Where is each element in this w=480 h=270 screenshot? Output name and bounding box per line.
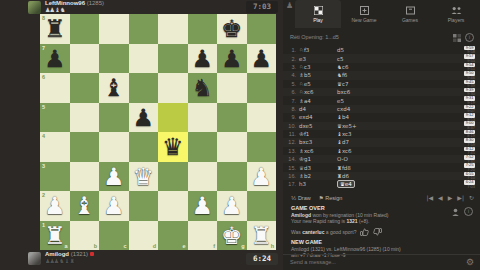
file-label-f: f: [213, 243, 215, 249]
square-g5[interactable]: [217, 103, 247, 133]
rank-label-7: 7: [42, 45, 45, 51]
black-clock: 7:03: [246, 1, 278, 13]
nav-back-button[interactable]: ◀: [438, 194, 443, 201]
move-row-16: 16.♗b2♜d66:557:10: [283, 172, 480, 180]
white-clock: 6:24: [246, 253, 278, 265]
rank-label-8: 8: [42, 15, 45, 21]
black-queen[interactable]: ♛: [158, 132, 188, 162]
move-row-13: 13.♗xc6♝xc68:127:45: [283, 147, 480, 155]
move-row-6: 6.♘xc6bxc69:399:30: [283, 88, 480, 96]
black-move[interactable]: ♝xc3: [337, 131, 387, 137]
thumbs-down-icon[interactable]: [373, 228, 382, 236]
black-move[interactable]: ♛c7: [337, 81, 387, 87]
game-over-title: GAME OVER: [291, 205, 473, 212]
square-d8[interactable]: [129, 14, 159, 44]
black-knight[interactable]: ♞: [188, 73, 218, 103]
move-list: 1.♘f3d59:599:582.e3c59:579:553.♘c3♞c69:5…: [283, 46, 480, 189]
square-c5[interactable]: [99, 103, 129, 133]
move-number: 8.: [283, 106, 299, 112]
white-move[interactable]: dxe5: [299, 123, 337, 129]
white-move[interactable]: ♕d3: [299, 165, 337, 171]
square-c7[interactable]: [99, 44, 129, 74]
square-g4[interactable]: [217, 132, 247, 162]
square-h5[interactable]: [247, 103, 277, 133]
square-a2[interactable]: 2♟: [40, 191, 70, 221]
square-a1[interactable]: 1a♜: [40, 221, 70, 251]
top-player-avatar[interactable]: [28, 1, 41, 14]
move-row-11: 11.♔f1♝xc38:468:19: [283, 130, 480, 138]
white-pawn[interactable]: ♟: [247, 162, 277, 192]
rank-label-2: 2: [42, 192, 45, 198]
panel-tabs: PlayNew GameGamesPlayers: [295, 0, 480, 28]
nav-first-button[interactable]: |◀: [426, 194, 433, 201]
message-input[interactable]: Send a message...: [290, 259, 336, 265]
black-bishop[interactable]: ♝: [99, 73, 129, 103]
square-d2[interactable]: [129, 191, 159, 221]
square-a8[interactable]: 8♜: [40, 14, 70, 44]
white-move[interactable]: d4: [299, 106, 337, 112]
move-row-14: 14.♔g1O-O7:527:31: [283, 155, 480, 163]
move-number: 4.: [283, 72, 299, 78]
move-number: 6.: [283, 89, 299, 95]
square-h2[interactable]: [247, 191, 277, 221]
info-icon[interactable]: i: [465, 33, 474, 42]
move-number: 13.: [283, 148, 299, 154]
share-player-icon[interactable]: [451, 208, 460, 216]
white-move[interactable]: ♘e5: [299, 81, 337, 87]
move-row-15: 15.♕d3♜fd87:257:20: [283, 163, 480, 171]
black-move[interactable]: e5: [337, 98, 387, 104]
black-move[interactable]: bxc6: [337, 89, 387, 95]
square-g2[interactable]: ♟: [217, 191, 247, 221]
tab-players[interactable]: Players: [433, 0, 479, 28]
black-pawn[interactable]: ♟: [129, 103, 159, 133]
black-move[interactable]: cxd4: [337, 106, 387, 112]
bottom-player-avatar[interactable]: [28, 252, 41, 265]
move-row-1: 1.♘f3d59:599:58: [283, 46, 480, 54]
white-move[interactable]: ♘c3: [299, 64, 337, 70]
gear-icon[interactable]: ⚙: [466, 257, 474, 267]
white-move[interactable]: ♘f3: [299, 47, 337, 53]
opening-name[interactable]: Réti Opening: 1...d5: [290, 34, 339, 40]
square-h6[interactable]: [247, 73, 277, 103]
file-label-g: g: [241, 243, 244, 249]
square-h8[interactable]: [247, 14, 277, 44]
black-pawn[interactable]: ♟: [188, 44, 218, 74]
chess-app-window: LeftMinnow96 (1285) ♟♟ ♝ ♞ 7:03 8♜♚7♟♟♟♟…: [0, 0, 480, 270]
black-move[interactable]: ♝b4: [337, 114, 387, 120]
report-info-icon[interactable]: i: [464, 207, 473, 216]
white-move[interactable]: h3: [299, 181, 337, 187]
game-controls: ½ Draw ⚑ Resign |◀◀▶▶|↻: [283, 191, 480, 204]
opening-bar: Réti Opening: 1...d5 i: [283, 31, 480, 44]
white-move[interactable]: ♗xc6: [299, 148, 337, 154]
white-move[interactable]: ♗b2: [299, 173, 337, 179]
square-d5[interactable]: ♟: [129, 103, 159, 133]
nav-flip-icon[interactable]: ↻: [469, 194, 474, 201]
square-c8[interactable]: [99, 14, 129, 44]
square-h4[interactable]: [247, 132, 277, 162]
square-g6[interactable]: [217, 73, 247, 103]
thumbs-up-icon[interactable]: [360, 228, 369, 236]
square-h7[interactable]: ♟: [247, 44, 277, 74]
side-panel: ♟ PlayNew GameGamesPlayers Réti Opening:…: [283, 0, 480, 270]
white-pawn[interactable]: ♟: [188, 191, 218, 221]
black-move[interactable]: ♝d7: [337, 139, 387, 145]
square-b8[interactable]: [70, 14, 100, 44]
move-row-5: 5.♘e5♛c79:459:39: [283, 80, 480, 88]
rank-label-1: 1: [42, 222, 45, 228]
square-d7[interactable]: [129, 44, 159, 74]
move-number: 5.: [283, 81, 299, 87]
square-b2[interactable]: ♝: [70, 191, 100, 221]
square-f6[interactable]: ♞: [188, 73, 218, 103]
move-number: 16.: [283, 173, 299, 179]
square-b4[interactable]: [70, 132, 100, 162]
tab-play[interactable]: Play: [295, 0, 341, 28]
white-pawn[interactable]: ♟: [99, 162, 129, 192]
white-move[interactable]: e3: [299, 56, 337, 62]
move-number: 10.: [283, 123, 299, 129]
square-e8[interactable]: [158, 14, 188, 44]
square-h1[interactable]: h♜: [247, 221, 277, 251]
move-row-4: 4.♗b5♞f69:509:46: [283, 71, 480, 79]
file-label-c: c: [123, 243, 126, 249]
flair-icon: [90, 252, 94, 256]
move-number: 7.: [283, 98, 299, 104]
black-move[interactable]: ♝xc6: [337, 148, 387, 154]
white-move[interactable]: ♘xc6: [299, 89, 337, 95]
chess-board: 8♜♚7♟♟♟♟6♝♞5♟4♛3♟♛♟2♟♝♟♟♟1a♜bcdefg♚h♜: [40, 14, 276, 250]
black-pawn[interactable]: ♟: [217, 44, 247, 74]
square-b7[interactable]: [70, 44, 100, 74]
rating-line: Your new Rapid rating is 1321 (+8).: [291, 218, 473, 224]
square-g3[interactable]: [217, 162, 247, 192]
white-queen[interactable]: ♛: [129, 162, 159, 192]
nav-last-button[interactable]: ▶|: [457, 194, 464, 201]
tab-new-game[interactable]: New Game: [341, 0, 387, 28]
square-b3[interactable]: [70, 162, 100, 192]
black-move[interactable]: ♛xe5+: [337, 123, 387, 129]
move-row-8: 8.d4cxd49:229:07: [283, 105, 480, 113]
square-c3[interactable]: ♟: [99, 162, 129, 192]
new-game-title: NEW GAME: [291, 239, 473, 246]
square-f8[interactable]: [188, 14, 218, 44]
draw-button[interactable]: ½ Draw: [291, 195, 311, 201]
file-label-d: d: [153, 243, 156, 249]
square-f7[interactable]: ♟: [188, 44, 218, 74]
bottom-player-bar: Amilogd (1321) ♟♟♟ ♞ ♝ ♜: [28, 251, 278, 265]
white-move[interactable]: bxc3: [299, 139, 337, 145]
file-label-h: h: [271, 243, 274, 249]
white-move[interactable]: ♔g1: [299, 156, 337, 162]
black-move[interactable]: ♜fd8: [337, 165, 387, 171]
square-e2[interactable]: [158, 191, 188, 221]
square-d3[interactable]: ♛: [129, 162, 159, 192]
move-number: 3.: [283, 64, 299, 70]
square-e4[interactable]: ♛: [158, 132, 188, 162]
move-clock-times: 6:247:03: [464, 180, 475, 189]
square-e5[interactable]: [158, 103, 188, 133]
file-label-a: a: [64, 243, 67, 249]
resign-button[interactable]: ⚑ Resign: [319, 195, 343, 201]
explorer-grid-icon[interactable]: [453, 34, 461, 42]
bottom-captured-pieces: ♟♟♟ ♞ ♝ ♜: [45, 258, 94, 264]
black-king[interactable]: ♚: [217, 14, 247, 44]
move-row-2: 2.e3c59:579:55: [283, 54, 480, 62]
square-g7[interactable]: ♟: [217, 44, 247, 74]
square-e3[interactable]: [158, 162, 188, 192]
white-move[interactable]: ♔f1: [299, 131, 337, 137]
good-sport-row: Was canterluc a good sport?: [291, 228, 473, 236]
square-g8[interactable]: ♚: [217, 14, 247, 44]
move-number: 17.: [283, 181, 299, 187]
black-move[interactable]: ♞c6: [337, 64, 387, 70]
square-e6[interactable]: [158, 73, 188, 103]
white-move[interactable]: ♗a4: [299, 98, 337, 104]
move-row-17: 17.h3♛e46:247:03: [283, 180, 480, 188]
square-d4[interactable]: [129, 132, 159, 162]
move-number: 15.: [283, 165, 299, 171]
move-row-12: 12.bxc3♝d78:307:59: [283, 138, 480, 146]
black-move[interactable]: d5: [337, 47, 387, 53]
top-captured-pieces: ♟♟ ♝ ♞: [45, 7, 104, 13]
move-number: 9.: [283, 114, 299, 120]
square-b5[interactable]: [70, 103, 100, 133]
move-row-10: 10.dxe5♛xe5+9:008:37: [283, 122, 480, 130]
move-number: 1.: [283, 47, 299, 53]
rank-label-5: 5: [42, 104, 45, 110]
white-move[interactable]: exd4: [299, 114, 337, 120]
white-pawn[interactable]: ♟: [217, 191, 247, 221]
square-c2[interactable]: ♟: [99, 191, 129, 221]
black-move[interactable]: c5: [337, 56, 387, 62]
message-bar: Send a message... ⚙: [283, 254, 480, 270]
black-move[interactable]: ♛e4: [337, 180, 387, 188]
file-label-e: e: [182, 243, 185, 249]
square-d6[interactable]: [129, 73, 159, 103]
move-number: 14.: [283, 156, 299, 162]
tab-games[interactable]: Games: [387, 0, 433, 28]
square-c1[interactable]: c: [99, 221, 129, 251]
square-d1[interactable]: d: [129, 221, 159, 251]
good-sport-question: Was canterluc a good sport?: [291, 229, 356, 235]
square-b1[interactable]: b: [70, 221, 100, 251]
square-c6[interactable]: ♝: [99, 73, 129, 103]
square-f1[interactable]: f: [188, 221, 218, 251]
game-over-section: GAME OVER Amilogd won by resignation (10…: [291, 205, 473, 224]
square-g1[interactable]: g♚: [217, 221, 247, 251]
square-h3[interactable]: ♟: [247, 162, 277, 192]
black-move[interactable]: ♞f6: [337, 72, 387, 78]
square-e7[interactable]: [158, 44, 188, 74]
white-bishop[interactable]: ♝: [70, 191, 100, 221]
white-move[interactable]: ♗b5: [299, 72, 337, 78]
square-c4[interactable]: [99, 132, 129, 162]
square-a3[interactable]: 3: [40, 162, 70, 192]
square-f5[interactable]: [188, 103, 218, 133]
rank-label-3: 3: [42, 163, 45, 169]
top-player-rating: (1285): [87, 0, 104, 6]
square-a4[interactable]: 4: [40, 132, 70, 162]
black-move[interactable]: O-O: [337, 156, 387, 162]
move-number: 12.: [283, 139, 299, 145]
black-pawn[interactable]: ♟: [247, 44, 277, 74]
square-b6[interactable]: [70, 73, 100, 103]
top-player-bar: LeftMinnow96 (1285) ♟♟ ♝ ♞: [28, 0, 278, 14]
rank-label-6: 6: [42, 74, 45, 80]
move-row-3: 3.♘c3♞c69:549:51: [283, 63, 480, 71]
white-pawn[interactable]: ♟: [99, 191, 129, 221]
square-a6[interactable]: 6: [40, 73, 70, 103]
move-nav: |◀◀▶▶|↻: [426, 194, 474, 201]
move-row-7: 7.♗a4e59:319:19: [283, 96, 480, 104]
nav-forward-button[interactable]: ▶: [448, 194, 453, 201]
square-a7[interactable]: 7♟: [40, 44, 70, 74]
square-f2[interactable]: ♟: [188, 191, 218, 221]
move-number: 2.: [283, 56, 299, 62]
file-label-b: b: [94, 243, 97, 249]
move-row-9: 9.exd4♝b49:128:53: [283, 113, 480, 121]
move-number: 11.: [283, 131, 299, 137]
rank-label-4: 4: [42, 133, 45, 139]
black-move[interactable]: ♜d6: [337, 173, 387, 179]
pawn-logo-icon: ♟: [286, 1, 293, 10]
square-f4[interactable]: [188, 132, 218, 162]
square-a5[interactable]: 5: [40, 103, 70, 133]
square-f3[interactable]: [188, 162, 218, 192]
square-e1[interactable]: e: [158, 221, 188, 251]
